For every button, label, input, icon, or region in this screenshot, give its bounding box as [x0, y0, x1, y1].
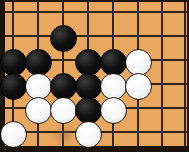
white-stone[interactable]: [25, 73, 52, 100]
white-stone[interactable]: [50, 97, 77, 124]
white-stone[interactable]: [100, 97, 127, 124]
board-edge-bottom: [0, 146, 189, 152]
black-stone[interactable]: [75, 97, 102, 124]
black-stone[interactable]: [0, 49, 27, 76]
go-board-screenshot: [0, 0, 189, 152]
white-stone[interactable]: [100, 73, 127, 100]
board-frame-right: [187, 0, 189, 152]
black-stone[interactable]: [50, 25, 77, 52]
white-stone[interactable]: [125, 49, 152, 76]
black-stone[interactable]: [50, 73, 77, 100]
grid-line-horizontal: [4, 11, 189, 13]
black-stone[interactable]: [0, 73, 27, 100]
white-stone[interactable]: [25, 97, 52, 124]
black-stone[interactable]: [75, 49, 102, 76]
white-stone[interactable]: [125, 73, 152, 100]
black-stone[interactable]: [25, 49, 52, 76]
black-stone[interactable]: [100, 49, 127, 76]
grid-line-vertical: [161, 0, 163, 149]
go-board[interactable]: [0, 0, 189, 152]
white-stone[interactable]: [0, 121, 27, 148]
grid-line-vertical: [184, 0, 186, 149]
black-stone[interactable]: [75, 73, 102, 100]
board-frame-top: [0, 0, 189, 2]
grid-line-horizontal: [4, 35, 189, 37]
white-stone[interactable]: [75, 121, 102, 148]
